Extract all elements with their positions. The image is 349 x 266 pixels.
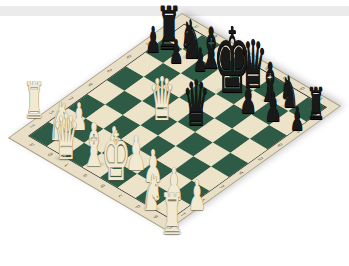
coordinate-label: h	[28, 142, 36, 147]
coordinate-label: 6	[276, 142, 284, 147]
black-rook-glyph: ♜	[307, 82, 326, 126]
white-queen-glyph: ♛	[52, 106, 79, 169]
black-pawn-glyph: ♟	[290, 102, 304, 135]
coordinate-label: 4	[87, 82, 95, 87]
coordinate-label: 6	[125, 54, 133, 59]
black-pawn-glyph: ♟	[145, 22, 160, 58]
coordinate-label: 4	[238, 170, 246, 175]
coordinate-label: 3	[218, 184, 226, 189]
chess-set-photo: hh11gg22ff33ee44dd55cc66bb77aa88 ♜♟♞♟♝♟♚…	[0, 0, 349, 266]
coordinate-label: b	[298, 86, 306, 91]
coordinate-label: 5	[257, 156, 265, 161]
white-pawn-glyph: ♟	[188, 175, 206, 217]
white-rook-glyph: ♜	[160, 186, 185, 243]
black-pawn-glyph: ♟	[264, 87, 282, 128]
white-rook-glyph: ♜	[23, 76, 45, 126]
black-pawn-glyph: ♟	[239, 79, 257, 120]
coordinate-label: 5	[106, 68, 114, 73]
black-queen-glyph: ♛	[182, 72, 209, 135]
white-queen-glyph: ♛	[149, 69, 175, 129]
white-king-glyph: ♚	[101, 123, 130, 191]
